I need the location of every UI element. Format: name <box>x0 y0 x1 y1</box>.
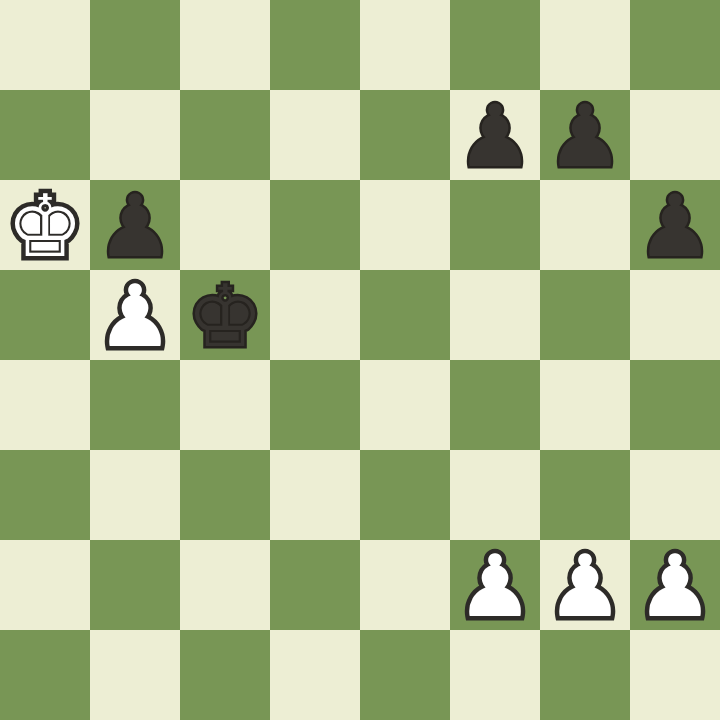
square-c3[interactable] <box>180 450 270 540</box>
black-king-glyph: ♚ <box>180 271 270 361</box>
square-g1[interactable] <box>540 630 630 720</box>
piece-black-pawn-g7[interactable]: ♟♟ <box>540 90 630 180</box>
piece-white-pawn-h2[interactable]: ♟♟ <box>630 540 720 630</box>
square-e2[interactable] <box>360 540 450 630</box>
white-pawn-glyph: ♟ <box>630 541 720 631</box>
square-b2[interactable] <box>90 540 180 630</box>
square-c4[interactable] <box>180 360 270 450</box>
square-c8[interactable] <box>180 0 270 90</box>
black-pawn-glyph: ♟ <box>630 181 720 271</box>
square-c1[interactable] <box>180 630 270 720</box>
square-e8[interactable] <box>360 0 450 90</box>
piece-black-pawn-f7[interactable]: ♟♟ <box>450 90 540 180</box>
square-g8[interactable] <box>540 0 630 90</box>
square-h7[interactable] <box>630 90 720 180</box>
square-d3[interactable] <box>270 450 360 540</box>
square-d2[interactable] <box>270 540 360 630</box>
square-e7[interactable] <box>360 90 450 180</box>
square-e6[interactable] <box>360 180 450 270</box>
square-b5[interactable]: ♟♟ <box>90 270 180 360</box>
square-c5[interactable]: ♚♚ <box>180 270 270 360</box>
black-pawn-glyph: ♟ <box>540 91 630 181</box>
square-b8[interactable] <box>90 0 180 90</box>
piece-black-pawn-h6[interactable]: ♟♟ <box>630 180 720 270</box>
white-pawn-glyph: ♟ <box>90 271 180 361</box>
piece-white-pawn-b5[interactable]: ♟♟ <box>90 270 180 360</box>
square-h5[interactable] <box>630 270 720 360</box>
piece-black-pawn-b6[interactable]: ♟♟ <box>90 180 180 270</box>
square-h1[interactable] <box>630 630 720 720</box>
square-f6[interactable] <box>450 180 540 270</box>
piece-white-king-a6[interactable]: ♚♚ <box>0 180 90 270</box>
square-d1[interactable] <box>270 630 360 720</box>
square-b7[interactable] <box>90 90 180 180</box>
square-h6[interactable]: ♟♟ <box>630 180 720 270</box>
square-c6[interactable] <box>180 180 270 270</box>
square-a5[interactable] <box>0 270 90 360</box>
chess-board: ♟♟♟♟♚♚♟♟♟♟♟♟♚♚♟♟♟♟♟♟ <box>0 0 720 720</box>
square-f3[interactable] <box>450 450 540 540</box>
square-b3[interactable] <box>90 450 180 540</box>
square-h8[interactable] <box>630 0 720 90</box>
square-e4[interactable] <box>360 360 450 450</box>
square-g3[interactable] <box>540 450 630 540</box>
piece-white-pawn-g2[interactable]: ♟♟ <box>540 540 630 630</box>
black-pawn-glyph: ♟ <box>90 181 180 271</box>
black-pawn-glyph: ♟ <box>450 91 540 181</box>
square-a1[interactable] <box>0 630 90 720</box>
square-e3[interactable] <box>360 450 450 540</box>
square-c7[interactable] <box>180 90 270 180</box>
square-d7[interactable] <box>270 90 360 180</box>
square-b6[interactable]: ♟♟ <box>90 180 180 270</box>
square-g6[interactable] <box>540 180 630 270</box>
square-a8[interactable] <box>0 0 90 90</box>
white-pawn-glyph: ♟ <box>450 541 540 631</box>
square-f4[interactable] <box>450 360 540 450</box>
square-h4[interactable] <box>630 360 720 450</box>
square-g5[interactable] <box>540 270 630 360</box>
square-d8[interactable] <box>270 0 360 90</box>
square-a3[interactable] <box>0 450 90 540</box>
square-g4[interactable] <box>540 360 630 450</box>
square-a6[interactable]: ♚♚ <box>0 180 90 270</box>
square-e5[interactable] <box>360 270 450 360</box>
white-pawn-glyph: ♟ <box>540 541 630 631</box>
square-b1[interactable] <box>90 630 180 720</box>
square-h3[interactable] <box>630 450 720 540</box>
square-a7[interactable] <box>0 90 90 180</box>
square-a4[interactable] <box>0 360 90 450</box>
square-f1[interactable] <box>450 630 540 720</box>
square-c2[interactable] <box>180 540 270 630</box>
square-f5[interactable] <box>450 270 540 360</box>
square-e1[interactable] <box>360 630 450 720</box>
square-g2[interactable]: ♟♟ <box>540 540 630 630</box>
square-d5[interactable] <box>270 270 360 360</box>
square-a2[interactable] <box>0 540 90 630</box>
square-f7[interactable]: ♟♟ <box>450 90 540 180</box>
square-d4[interactable] <box>270 360 360 450</box>
square-f8[interactable] <box>450 0 540 90</box>
square-f2[interactable]: ♟♟ <box>450 540 540 630</box>
square-b4[interactable] <box>90 360 180 450</box>
square-h2[interactable]: ♟♟ <box>630 540 720 630</box>
white-king-glyph: ♚ <box>0 181 90 271</box>
piece-black-king-c5[interactable]: ♚♚ <box>180 270 270 360</box>
square-g7[interactable]: ♟♟ <box>540 90 630 180</box>
square-d6[interactable] <box>270 180 360 270</box>
piece-white-pawn-f2[interactable]: ♟♟ <box>450 540 540 630</box>
